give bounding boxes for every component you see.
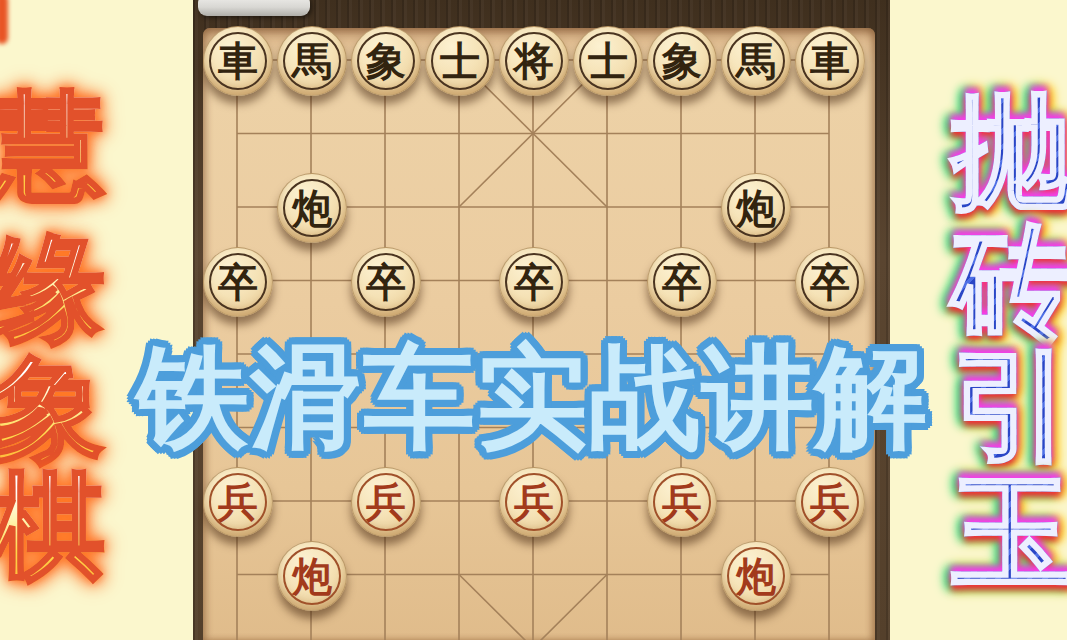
brand-right-char-3: 引 <box>952 344 1067 466</box>
piece-black-炮-f7r2[interactable]: 炮 <box>721 173 791 243</box>
piece-red-兵-f2r6[interactable]: 兵 <box>351 467 421 537</box>
piece-red-兵-f4r6[interactable]: 兵 <box>499 467 569 537</box>
left-brand-panel: 慧 缘 象 棋 <box>0 0 193 640</box>
piece-black-象-f6r0[interactable]: 象 <box>647 26 717 96</box>
piece-glyph: 炮 <box>292 556 332 596</box>
brand-right-char-2: 砖 <box>952 223 1067 345</box>
piece-black-卒-f0r3[interactable]: 卒 <box>203 247 273 317</box>
piece-glyph: 馬 <box>736 41 776 81</box>
piece-glyph: 兵 <box>218 482 258 522</box>
piece-black-車-f8r0[interactable]: 車 <box>795 26 865 96</box>
piece-glyph: 兵 <box>366 482 406 522</box>
piece-glyph: 炮 <box>292 188 332 228</box>
piece-glyph: 馬 <box>292 41 332 81</box>
piece-glyph: 炮 <box>736 556 776 596</box>
piece-red-兵-f6r6[interactable]: 兵 <box>647 467 717 537</box>
brand-left-char-1: 慧 <box>0 89 110 203</box>
piece-black-卒-f6r3[interactable]: 卒 <box>647 247 717 317</box>
piece-black-馬-f1r0[interactable]: 馬 <box>277 26 347 96</box>
piece-black-象-f2r0[interactable]: 象 <box>351 26 421 96</box>
piece-glyph: 炮 <box>736 188 776 228</box>
piece-glyph: 象 <box>366 41 406 81</box>
piece-black-士-f3r0[interactable]: 士 <box>425 26 495 96</box>
video-frame: 慧 缘 象 棋 <box>0 0 1067 640</box>
piece-glyph: 士 <box>440 41 480 81</box>
brand-left-char-4: 棋 <box>0 469 110 583</box>
brand-left-char-3: 象 <box>0 353 110 467</box>
piece-glyph: 象 <box>662 41 702 81</box>
piece-black-卒-f4r3[interactable]: 卒 <box>499 247 569 317</box>
decor-red-streak <box>0 0 8 44</box>
piece-glyph: 兵 <box>662 482 702 522</box>
piece-glyph: 士 <box>588 41 628 81</box>
piece-glyph: 車 <box>218 41 258 81</box>
piece-black-将-f4r0[interactable]: 将 <box>499 26 569 96</box>
piece-black-炮-f1r2[interactable]: 炮 <box>277 173 347 243</box>
top-ui-fragment <box>198 0 310 16</box>
piece-black-馬-f7r0[interactable]: 馬 <box>721 26 791 96</box>
piece-glyph: 卒 <box>810 262 850 302</box>
piece-red-炮-f7r7[interactable]: 炮 <box>721 541 791 611</box>
piece-black-車-f0r0[interactable]: 車 <box>203 26 273 96</box>
piece-glyph: 将 <box>514 41 554 81</box>
right-brand-panel: 抛 砖 引 玉 <box>890 0 1067 640</box>
piece-black-卒-f8r3[interactable]: 卒 <box>795 247 865 317</box>
piece-red-兵-f0r6[interactable]: 兵 <box>203 467 273 537</box>
piece-glyph: 車 <box>810 41 850 81</box>
brand-right-char-1: 抛 <box>952 91 1067 213</box>
piece-glyph: 兵 <box>810 482 850 522</box>
piece-glyph: 卒 <box>366 262 406 302</box>
piece-black-士-f5r0[interactable]: 士 <box>573 26 643 96</box>
video-caption: 铁滑车实战讲解 <box>137 336 928 459</box>
game-area: 車馬象士将士象馬車炮炮卒卒卒卒卒兵兵兵兵兵炮炮 <box>193 0 890 640</box>
piece-glyph: 卒 <box>662 262 702 302</box>
brand-right-char-4: 玉 <box>952 472 1067 594</box>
brand-left-char-2: 缘 <box>0 233 110 347</box>
piece-red-兵-f8r6[interactable]: 兵 <box>795 467 865 537</box>
piece-black-卒-f2r3[interactable]: 卒 <box>351 247 421 317</box>
piece-red-炮-f1r7[interactable]: 炮 <box>277 541 347 611</box>
xiangqi-board[interactable]: 車馬象士将士象馬車炮炮卒卒卒卒卒兵兵兵兵兵炮炮 <box>203 28 875 640</box>
piece-glyph: 兵 <box>514 482 554 522</box>
piece-glyph: 卒 <box>514 262 554 302</box>
piece-glyph: 卒 <box>218 262 258 302</box>
